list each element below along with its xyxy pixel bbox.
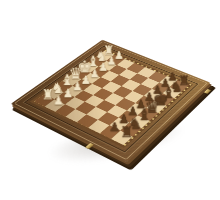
black-rook: ♜ [111,125,142,140]
brass-latch-icon [204,89,211,94]
brass-latch-icon [85,143,93,149]
scene: ♜♞♝♛♚♝♞♜♟♟♟♟♟♟♟♟♟♟♟♟♟♟♟♟♜♞♝♛♚♝♞♜ [0,0,220,200]
product-photo: ♜♞♝♛♚♝♞♜♟♟♟♟♟♟♟♟♟♟♟♟♟♟♟♟♜♞♝♛♚♝♞♜ [0,0,220,200]
white-pawn: ♟ [44,95,73,107]
chess-board: ♜♞♝♛♚♝♞♜♟♟♟♟♟♟♟♟♟♟♟♟♟♟♟♟♜♞♝♛♚♝♞♜ [11,40,211,162]
